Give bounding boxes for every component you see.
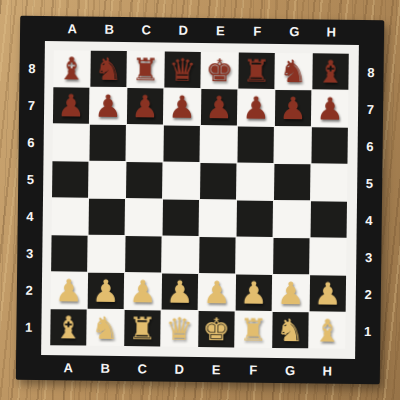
square-h7[interactable]: ♟ (312, 90, 348, 126)
square-e4[interactable] (200, 200, 236, 236)
black-pawn[interactable]: ♟ (90, 88, 126, 124)
square-c5[interactable] (126, 162, 162, 198)
rank-labels-right: 87654321 (355, 54, 384, 350)
white-pawn[interactable]: ♟ (310, 275, 346, 311)
file-label-a: A (50, 355, 87, 380)
square-f2[interactable]: ♟ (236, 274, 272, 310)
square-b1[interactable]: ♞ (87, 310, 123, 346)
square-f5[interactable] (237, 163, 273, 199)
square-g8[interactable]: ♞ (275, 53, 311, 89)
white-king[interactable]: ♚ (198, 311, 234, 347)
file-label-g: G (276, 19, 313, 44)
black-knight[interactable]: ♞ (275, 53, 311, 89)
black-pawn[interactable]: ♟ (238, 89, 274, 125)
square-e6[interactable] (200, 126, 236, 162)
square-b4[interactable] (89, 199, 125, 235)
white-pawn[interactable]: ♟ (88, 273, 124, 309)
square-a4[interactable] (52, 198, 88, 234)
square-h6[interactable] (311, 127, 347, 163)
square-h8[interactable]: ♝ (312, 53, 348, 89)
square-d4[interactable] (163, 200, 199, 236)
rank-label-2: 2 (17, 272, 42, 309)
black-pawn[interactable]: ♟ (201, 89, 237, 125)
square-b7[interactable]: ♟ (90, 88, 126, 124)
rank-label-6: 6 (357, 128, 382, 165)
file-label-h: H (313, 19, 350, 44)
white-pawn[interactable]: ♟ (236, 274, 272, 310)
file-label-e: E (198, 357, 235, 382)
square-c6[interactable] (126, 125, 162, 161)
square-e3[interactable] (199, 237, 235, 273)
chess-demo-board: ABCDEFGH ABCDEFGH 87654321 87654321 ♝♞♜♛… (16, 16, 384, 384)
square-e8[interactable]: ♚ (201, 52, 237, 88)
rank-label-5: 5 (18, 161, 43, 198)
square-g6[interactable] (274, 127, 310, 163)
square-h2[interactable]: ♟ (310, 275, 346, 311)
square-h1[interactable]: ♝ (309, 312, 345, 348)
file-label-f: F (235, 357, 272, 382)
square-c4[interactable] (126, 199, 162, 235)
square-f3[interactable] (236, 237, 272, 273)
square-g1[interactable]: ♞ (272, 312, 308, 348)
file-label-b: B (87, 356, 124, 381)
square-a8[interactable]: ♝ (53, 50, 89, 86)
rank-label-1: 1 (355, 313, 380, 350)
file-label-d: D (161, 357, 198, 382)
black-pawn[interactable]: ♟ (312, 90, 348, 126)
rank-label-1: 1 (16, 309, 41, 346)
square-f6[interactable] (237, 126, 273, 162)
square-e7[interactable]: ♟ (201, 89, 237, 125)
square-d8[interactable]: ♛ (164, 52, 200, 88)
white-knight[interactable]: ♞ (272, 312, 308, 348)
white-pawn[interactable]: ♟ (51, 272, 87, 308)
file-label-a: A (54, 16, 91, 41)
black-bishop[interactable]: ♝ (53, 50, 89, 86)
black-king[interactable]: ♚ (201, 52, 237, 88)
square-d2[interactable]: ♟ (162, 274, 198, 310)
black-bishop[interactable]: ♝ (312, 53, 348, 89)
square-d6[interactable] (163, 126, 199, 162)
file-label-d: D (165, 18, 202, 43)
file-label-c: C (124, 356, 161, 381)
file-label-b: B (91, 17, 128, 42)
black-pawn[interactable]: ♟ (275, 90, 311, 126)
white-pawn[interactable]: ♟ (199, 274, 235, 310)
white-bishop[interactable]: ♝ (50, 309, 86, 345)
white-queen[interactable]: ♛ (161, 311, 197, 347)
rank-label-3: 3 (17, 235, 42, 272)
square-a6[interactable] (52, 124, 88, 160)
square-a5[interactable] (52, 161, 88, 197)
square-g7[interactable]: ♟ (275, 90, 311, 126)
square-h4[interactable] (311, 201, 347, 237)
square-h3[interactable] (310, 238, 346, 274)
file-labels-bottom: ABCDEFGH (50, 355, 346, 384)
square-b8[interactable]: ♞ (90, 51, 126, 87)
square-b3[interactable] (88, 236, 124, 272)
black-rook[interactable]: ♜ (127, 51, 163, 87)
square-g4[interactable] (274, 201, 310, 237)
rank-label-3: 3 (356, 239, 381, 276)
square-c1[interactable]: ♜ (124, 310, 160, 346)
square-f4[interactable] (237, 200, 273, 236)
square-e5[interactable] (200, 163, 236, 199)
board-grid: ♝♞♜♛♚♜♞♝♟♟♟♟♟♟♟♟♟♟♟♟♟♟♟♟♝♞♜♛♚♜♞♝ (50, 50, 349, 349)
square-e1[interactable]: ♚ (198, 311, 234, 347)
white-pawn[interactable]: ♟ (125, 273, 161, 309)
square-a7[interactable]: ♟ (53, 87, 89, 123)
square-d5[interactable] (163, 163, 199, 199)
file-label-h: H (309, 358, 346, 383)
white-rook[interactable]: ♜ (235, 311, 271, 347)
square-d1[interactable]: ♛ (161, 311, 197, 347)
square-a2[interactable]: ♟ (51, 272, 87, 308)
square-d3[interactable] (162, 237, 198, 273)
file-labels-top: ABCDEFGH (54, 16, 350, 45)
rank-label-5: 5 (357, 165, 382, 202)
rank-label-4: 4 (357, 202, 382, 239)
black-rook[interactable]: ♜ (238, 52, 274, 88)
black-pawn[interactable]: ♟ (53, 87, 89, 123)
white-bishop[interactable]: ♝ (309, 312, 345, 348)
black-pawn[interactable]: ♟ (164, 89, 200, 125)
square-g3[interactable] (273, 238, 309, 274)
square-c8[interactable]: ♜ (127, 51, 163, 87)
square-b6[interactable] (89, 125, 125, 161)
file-label-f: F (239, 18, 276, 43)
file-label-c: C (128, 17, 165, 42)
square-d7[interactable]: ♟ (164, 89, 200, 125)
square-c7[interactable]: ♟ (127, 88, 163, 124)
rank-label-7: 7 (19, 87, 44, 124)
square-g5[interactable] (274, 164, 310, 200)
square-h5[interactable] (311, 164, 347, 200)
rank-label-6: 6 (18, 124, 43, 161)
rank-label-4: 4 (18, 198, 43, 235)
white-pawn[interactable]: ♟ (162, 274, 198, 310)
square-a3[interactable] (51, 235, 87, 271)
white-knight[interactable]: ♞ (87, 310, 123, 346)
square-b5[interactable] (89, 162, 125, 198)
square-g2[interactable]: ♟ (273, 275, 309, 311)
black-knight[interactable]: ♞ (90, 51, 126, 87)
square-b2[interactable]: ♟ (88, 273, 124, 309)
rank-label-7: 7 (358, 91, 383, 128)
square-f7[interactable]: ♟ (238, 89, 274, 125)
rank-labels-left: 87654321 (16, 50, 45, 346)
black-queen[interactable]: ♛ (164, 52, 200, 88)
file-label-g: G (272, 358, 309, 383)
file-label-e: E (202, 18, 239, 43)
white-pawn[interactable]: ♟ (273, 275, 309, 311)
board-inner-border: ♝♞♜♛♚♜♞♝♟♟♟♟♟♟♟♟♟♟♟♟♟♟♟♟♝♞♜♛♚♜♞♝ (41, 41, 359, 359)
black-pawn[interactable]: ♟ (127, 88, 163, 124)
square-f1[interactable]: ♜ (235, 311, 271, 347)
square-a1[interactable]: ♝ (50, 309, 86, 345)
rank-label-2: 2 (356, 276, 381, 313)
rank-label-8: 8 (19, 50, 44, 87)
white-rook[interactable]: ♜ (124, 310, 160, 346)
square-c3[interactable] (125, 236, 161, 272)
square-c2[interactable]: ♟ (125, 273, 161, 309)
square-e2[interactable]: ♟ (199, 274, 235, 310)
rank-label-8: 8 (358, 54, 383, 91)
square-f8[interactable]: ♜ (238, 52, 274, 88)
